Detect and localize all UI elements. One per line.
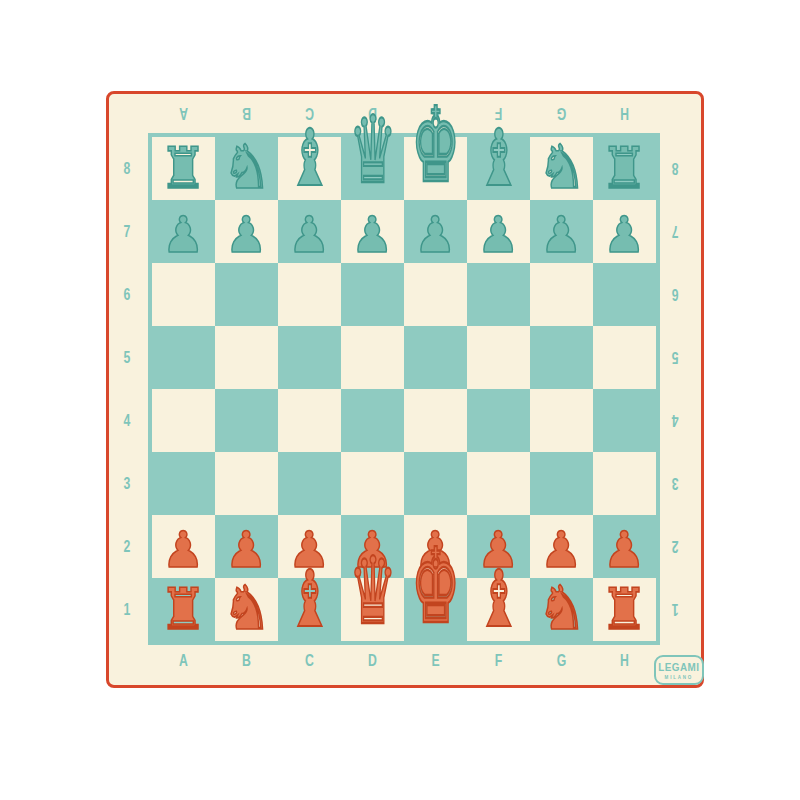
teal-knight-piece[interactable]: ♞: [537, 136, 586, 197]
square-d1[interactable]: ♛: [341, 578, 404, 641]
square-f6[interactable]: [467, 263, 530, 326]
square-d8[interactable]: ♛: [341, 137, 404, 200]
file-labels-bottom: ABCDEFGH: [152, 648, 656, 674]
legami-logo: LEGAMI MILANO: [654, 655, 704, 685]
square-c8[interactable]: ♝: [278, 137, 341, 200]
rank-label-8: 8: [664, 137, 686, 200]
square-a8[interactable]: ♜: [152, 137, 215, 200]
square-f8[interactable]: ♝: [467, 137, 530, 200]
file-label-h: H: [602, 100, 647, 126]
teal-pawn-piece[interactable]: ♟: [162, 210, 205, 260]
rank-labels-right: 87654321: [660, 137, 690, 641]
rank-label-1: 1: [664, 578, 686, 641]
square-b7[interactable]: ♟: [215, 200, 278, 263]
file-labels-top: ABCDEFGH: [152, 100, 656, 126]
rank-label-5: 5: [664, 326, 686, 389]
rank-label-3: 3: [116, 452, 138, 515]
file-label-d: D: [350, 648, 395, 674]
file-label-g: G: [539, 100, 584, 126]
orange-queen-piece[interactable]: ♛: [349, 545, 397, 638]
file-label-c: C: [287, 648, 332, 674]
rank-label-3: 3: [664, 452, 686, 515]
rank-label-6: 6: [664, 263, 686, 326]
rank-label-8: 8: [116, 137, 138, 200]
orange-pawn-piece[interactable]: ♟: [162, 525, 205, 575]
square-b1[interactable]: ♞: [215, 578, 278, 641]
rank-label-1: 1: [116, 578, 138, 641]
square-b3[interactable]: [215, 452, 278, 515]
rank-label-7: 7: [116, 200, 138, 263]
rank-labels-left: 87654321: [112, 137, 142, 641]
square-e1[interactable]: ♚: [404, 578, 467, 641]
square-c6[interactable]: [278, 263, 341, 326]
square-g3[interactable]: [530, 452, 593, 515]
teal-king-piece[interactable]: ♚: [411, 93, 460, 197]
square-b6[interactable]: [215, 263, 278, 326]
square-c3[interactable]: [278, 452, 341, 515]
orange-rook-piece[interactable]: ♜: [601, 581, 649, 638]
square-g7[interactable]: ♟: [530, 200, 593, 263]
rank-label-4: 4: [664, 389, 686, 452]
file-label-a: A: [161, 100, 206, 126]
square-a4[interactable]: [152, 389, 215, 452]
rank-label-4: 4: [116, 389, 138, 452]
square-h1[interactable]: ♜: [593, 578, 656, 641]
square-d3[interactable]: [341, 452, 404, 515]
square-h3[interactable]: [593, 452, 656, 515]
square-f5[interactable]: [467, 326, 530, 389]
square-a6[interactable]: [152, 263, 215, 326]
square-b5[interactable]: [215, 326, 278, 389]
teal-pawn-piece[interactable]: ♟: [288, 210, 331, 260]
square-f1[interactable]: ♝: [467, 578, 530, 641]
rank-label-2: 2: [664, 515, 686, 578]
board: ♜♞♝♛♚♝♞♜♟♟♟♟♟♟♟♟♟♟♟♟♟♟♟♟♜♞♝♛♚♝♞♜: [148, 133, 660, 645]
square-h2[interactable]: ♟: [593, 515, 656, 578]
square-h4[interactable]: [593, 389, 656, 452]
square-c7[interactable]: ♟: [278, 200, 341, 263]
teal-pawn-piece[interactable]: ♟: [225, 210, 268, 260]
square-a2[interactable]: ♟: [152, 515, 215, 578]
square-g8[interactable]: ♞: [530, 137, 593, 200]
square-e4[interactable]: [404, 389, 467, 452]
file-label-e: E: [413, 648, 458, 674]
square-d7[interactable]: ♟: [341, 200, 404, 263]
square-h8[interactable]: ♜: [593, 137, 656, 200]
rank-label-2: 2: [116, 515, 138, 578]
orange-pawn-piece[interactable]: ♟: [603, 525, 646, 575]
orange-bishop-piece[interactable]: ♝: [287, 560, 333, 638]
teal-bishop-piece[interactable]: ♝: [287, 119, 333, 197]
orange-knight-piece[interactable]: ♞: [537, 577, 586, 638]
square-g4[interactable]: [530, 389, 593, 452]
rank-label-5: 5: [116, 326, 138, 389]
square-a7[interactable]: ♟: [152, 200, 215, 263]
logo-brand-text: LEGAMI: [658, 661, 699, 673]
square-f4[interactable]: [467, 389, 530, 452]
square-c1[interactable]: ♝: [278, 578, 341, 641]
teal-pawn-piece[interactable]: ♟: [414, 210, 457, 260]
teal-rook-piece[interactable]: ♜: [160, 140, 208, 197]
teal-pawn-piece[interactable]: ♟: [351, 210, 394, 260]
teal-rook-piece[interactable]: ♜: [601, 140, 649, 197]
square-e5[interactable]: [404, 326, 467, 389]
square-c4[interactable]: [278, 389, 341, 452]
square-a1[interactable]: ♜: [152, 578, 215, 641]
file-label-g: G: [539, 648, 584, 674]
teal-bishop-piece[interactable]: ♝: [476, 119, 522, 197]
orange-knight-piece[interactable]: ♞: [222, 577, 271, 638]
square-e7[interactable]: ♟: [404, 200, 467, 263]
orange-pawn-piece[interactable]: ♟: [225, 525, 268, 575]
square-g1[interactable]: ♞: [530, 578, 593, 641]
square-f7[interactable]: ♟: [467, 200, 530, 263]
square-h7[interactable]: ♟: [593, 200, 656, 263]
rank-label-6: 6: [116, 263, 138, 326]
teal-pawn-piece[interactable]: ♟: [477, 210, 520, 260]
square-h5[interactable]: [593, 326, 656, 389]
square-g2[interactable]: ♟: [530, 515, 593, 578]
rank-label-7: 7: [664, 200, 686, 263]
file-label-f: F: [476, 648, 521, 674]
chess-mat: ABCDEFGH 87654321 ♜♞♝♛♚♝♞♜♟♟♟♟♟♟♟♟♟♟♟♟♟♟…: [106, 91, 704, 688]
file-label-b: B: [224, 100, 269, 126]
teal-knight-piece[interactable]: ♞: [222, 136, 271, 197]
logo-city-text: MILANO: [665, 674, 694, 680]
square-a5[interactable]: [152, 326, 215, 389]
square-d6[interactable]: [341, 263, 404, 326]
file-label-a: A: [161, 648, 206, 674]
square-e6[interactable]: [404, 263, 467, 326]
orange-rook-piece[interactable]: ♜: [160, 581, 208, 638]
teal-pawn-piece[interactable]: ♟: [603, 210, 646, 260]
square-g6[interactable]: [530, 263, 593, 326]
square-b2[interactable]: ♟: [215, 515, 278, 578]
teal-pawn-piece[interactable]: ♟: [540, 210, 583, 260]
teal-queen-piece[interactable]: ♛: [349, 104, 397, 197]
square-e8[interactable]: ♚: [404, 137, 467, 200]
square-b8[interactable]: ♞: [215, 137, 278, 200]
square-c5[interactable]: [278, 326, 341, 389]
square-d5[interactable]: [341, 326, 404, 389]
file-label-b: B: [224, 648, 269, 674]
square-h6[interactable]: [593, 263, 656, 326]
square-a3[interactable]: [152, 452, 215, 515]
square-b4[interactable]: [215, 389, 278, 452]
file-label-h: H: [602, 648, 647, 674]
square-d4[interactable]: [341, 389, 404, 452]
square-e3[interactable]: [404, 452, 467, 515]
orange-bishop-piece[interactable]: ♝: [476, 560, 522, 638]
orange-king-piece[interactable]: ♚: [411, 534, 460, 638]
square-f3[interactable]: [467, 452, 530, 515]
square-g5[interactable]: [530, 326, 593, 389]
orange-pawn-piece[interactable]: ♟: [540, 525, 583, 575]
